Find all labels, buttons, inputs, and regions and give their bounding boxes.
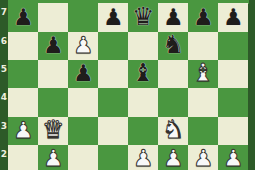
square-c5[interactable]: ♟ [68,60,98,88]
square-e5[interactable]: ♝ [128,60,158,88]
square-c6[interactable]: ♟ [68,32,98,60]
white-pawn[interactable]: ♟ [223,144,244,170]
rank-label-6: 6 [0,36,8,46]
square-c7[interactable] [68,3,98,31]
black-pawn[interactable]: ♟ [43,31,64,59]
square-d5[interactable] [98,60,128,88]
white-bishop[interactable]: ♝ [192,59,214,87]
square-f7[interactable]: ♟ [158,3,188,31]
square-g5[interactable]: ♝ [188,60,218,88]
white-knight[interactable]: ♞ [162,116,184,144]
square-a2[interactable] [8,145,38,170]
black-pawn[interactable]: ♟ [223,3,244,31]
square-e7[interactable]: ♛ [128,3,158,31]
square-c3[interactable] [68,117,98,145]
square-f5[interactable] [158,60,188,88]
square-b6[interactable]: ♟ [38,32,68,60]
square-b7[interactable] [38,3,68,31]
square-b5[interactable] [38,60,68,88]
square-d3[interactable] [98,117,128,145]
square-e2[interactable]: ♟ [128,145,158,170]
rank-label-2: 2 [0,149,8,159]
square-a3[interactable]: ♟ [8,117,38,145]
square-g4[interactable] [188,88,218,116]
square-e6[interactable] [128,32,158,60]
square-h5[interactable] [218,60,248,88]
chess-board[interactable]: ♟♟♛♟♟♟♟♟♞♟♝♝♟♛♞♟♟♟♟♟ [8,3,248,170]
rank-label-7: 7 [0,7,8,17]
square-e4[interactable] [128,88,158,116]
black-pawn[interactable]: ♟ [13,3,34,31]
white-pawn[interactable]: ♟ [73,31,94,59]
square-g2[interactable]: ♟ [188,145,218,170]
square-a6[interactable] [8,32,38,60]
square-h2[interactable]: ♟ [218,145,248,170]
square-b4[interactable] [38,88,68,116]
square-e3[interactable] [128,117,158,145]
white-pawn[interactable]: ♟ [13,116,34,144]
square-f3[interactable]: ♞ [158,117,188,145]
white-queen[interactable]: ♛ [42,116,64,144]
black-pawn[interactable]: ♟ [103,3,124,31]
square-a4[interactable] [8,88,38,116]
square-g6[interactable] [188,32,218,60]
square-d2[interactable] [98,145,128,170]
square-g3[interactable] [188,117,218,145]
white-pawn[interactable]: ♟ [133,144,154,170]
square-f2[interactable]: ♟ [158,145,188,170]
square-a7[interactable]: ♟ [8,3,38,31]
black-pawn[interactable]: ♟ [73,59,94,87]
square-h4[interactable] [218,88,248,116]
square-f6[interactable]: ♞ [158,32,188,60]
square-d6[interactable] [98,32,128,60]
white-pawn[interactable]: ♟ [43,144,64,170]
square-d4[interactable] [98,88,128,116]
rank-label-5: 5 [0,64,8,74]
rank-label-3: 3 [0,121,8,131]
square-d7[interactable]: ♟ [98,3,128,31]
black-bishop[interactable]: ♝ [132,59,154,87]
white-pawn[interactable]: ♟ [193,144,214,170]
black-pawn[interactable]: ♟ [163,3,184,31]
rank-label-4: 4 [0,92,8,102]
square-f4[interactable] [158,88,188,116]
black-knight[interactable]: ♞ [162,31,184,59]
square-h7[interactable]: ♟ [218,3,248,31]
square-c2[interactable] [68,145,98,170]
chess-board-screenshot: ♟♟♛♟♟♟♟♟♞♟♝♝♟♛♞♟♟♟♟♟ 765432 [0,0,255,170]
square-h3[interactable] [218,117,248,145]
white-pawn[interactable]: ♟ [163,144,184,170]
square-b3[interactable]: ♛ [38,117,68,145]
black-pawn[interactable]: ♟ [193,3,214,31]
square-c4[interactable] [68,88,98,116]
square-g7[interactable]: ♟ [188,3,218,31]
black-queen[interactable]: ♛ [132,3,154,31]
square-a5[interactable] [8,60,38,88]
square-b2[interactable]: ♟ [38,145,68,170]
square-h6[interactable] [218,32,248,60]
